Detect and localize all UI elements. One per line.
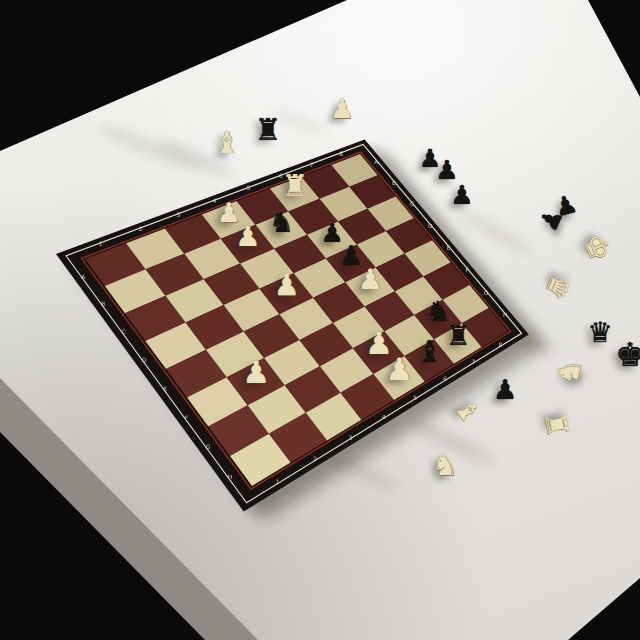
piece-white-knight-captured[interactable]: ♞	[551, 355, 587, 389]
piece-white-pawn-captured[interactable]: ♟	[330, 95, 354, 122]
piece-white-pawn-f2[interactable]: ♟	[242, 357, 270, 388]
piece-black-king-captured[interactable]: ♚	[615, 338, 640, 371]
piece-black-pawn-captured[interactable]: ♟	[450, 182, 473, 208]
piece-white-knight-captured[interactable]: ♞	[432, 451, 458, 480]
piece-black-queen-captured[interactable]: ♛	[587, 319, 612, 347]
piece-black-pawn-d6[interactable]: ♟	[339, 242, 363, 269]
piece-black-pawn-captured[interactable]: ♟	[493, 376, 517, 403]
piece-black-knight-b5[interactable]: ♞	[269, 208, 294, 236]
piece-white-pawn-b4[interactable]: ♟	[235, 222, 260, 250]
piece-white-rook-captured[interactable]: ♜	[539, 409, 572, 440]
piece-white-king-captured[interactable]: ♚	[578, 229, 617, 266]
pieces-layer: ♜♟♟♟♟♟♟♟♞♟♟♞♝♜♝♜♟♟♟♟♟♟♚♛♞♜♝♞♛♚♟	[0, 0, 640, 640]
piece-white-pawn-d4[interactable]: ♟	[274, 271, 300, 300]
piece-white-pawn-h5[interactable]: ♟	[385, 354, 413, 385]
photo-scene: AA11BB22CC33DD44EE55FF66GG77HH88 ♜♟♟♟♟♟♟…	[0, 0, 640, 640]
piece-black-rook-h7[interactable]: ♜	[445, 322, 470, 350]
piece-white-rook-a6[interactable]: ♜	[282, 171, 309, 201]
piece-white-bishop-captured[interactable]: ♝	[450, 393, 486, 428]
piece-white-bishop-captured[interactable]: ♝	[214, 128, 241, 158]
piece-black-bishop-h6[interactable]: ♝	[416, 337, 443, 367]
piece-white-queen-captured[interactable]: ♛	[539, 269, 575, 304]
piece-black-rook-captured[interactable]: ♜	[255, 115, 282, 145]
